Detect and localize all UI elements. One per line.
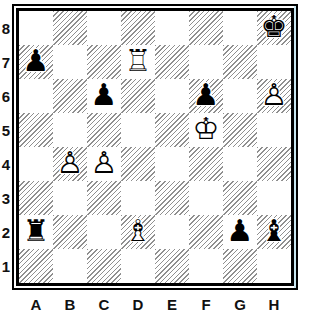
square-e5 [155, 113, 189, 147]
rank-label-3: 3 [0, 181, 12, 215]
scan-artifact-line [294, 6, 296, 288]
square-b1 [53, 249, 87, 283]
square-h1 [257, 249, 291, 283]
square-e2 [155, 215, 189, 249]
square-h4 [257, 147, 291, 181]
square-b2 [53, 215, 87, 249]
square-e1 [155, 249, 189, 283]
square-c8 [87, 11, 121, 45]
square-d7: ♜♖ [121, 45, 155, 79]
square-a5 [19, 113, 53, 147]
square-e8 [155, 11, 189, 45]
black-bishop: ♝ [257, 215, 291, 249]
file-label-e: E [155, 293, 189, 315]
square-b5 [53, 113, 87, 147]
chess-diagram: 87654321 ♚♟♜♖♟♟♟♙♚♔♟♙♟♙♜♝♗♟♝ ABCDEFGH [0, 0, 314, 320]
file-label-h: H [257, 293, 291, 315]
square-b7 [53, 45, 87, 79]
black-pawn-glyph: ♟ [19, 44, 53, 78]
square-g6 [223, 79, 257, 113]
square-d4 [121, 147, 155, 181]
square-g8 [223, 11, 257, 45]
black-pawn: ♟ [19, 45, 53, 79]
square-d8 [121, 11, 155, 45]
square-c7 [87, 45, 121, 79]
rank-label-7: 7 [0, 45, 12, 79]
square-g4 [223, 147, 257, 181]
square-e6 [155, 79, 189, 113]
square-a7: ♟ [19, 45, 53, 79]
black-pawn: ♟ [87, 79, 121, 113]
square-a1 [19, 249, 53, 283]
square-d1 [121, 249, 155, 283]
square-f2 [189, 215, 223, 249]
square-g1 [223, 249, 257, 283]
file-label-g: G [223, 293, 257, 315]
square-b8 [53, 11, 87, 45]
black-pawn-glyph: ♟ [223, 214, 257, 248]
square-c4: ♟♙ [87, 147, 121, 181]
file-label-a: A [19, 293, 53, 315]
square-f7 [189, 45, 223, 79]
square-c6: ♟ [87, 79, 121, 113]
file-label-c: C [87, 293, 121, 315]
black-rook-glyph: ♜ [19, 214, 53, 248]
square-h7 [257, 45, 291, 79]
square-f1 [189, 249, 223, 283]
black-pawn-glyph: ♟ [189, 78, 223, 112]
file-label-d: D [121, 293, 155, 315]
square-f6: ♟ [189, 79, 223, 113]
white-pawn-glyph: ♙ [257, 78, 291, 112]
black-pawn: ♟ [189, 79, 223, 113]
white-pawn: ♟♙ [257, 79, 291, 113]
rank-label-6: 6 [0, 79, 12, 113]
square-c3 [87, 181, 121, 215]
white-rook: ♜♖ [121, 45, 155, 79]
white-king-glyph: ♔ [189, 112, 223, 146]
white-rook-glyph: ♖ [121, 44, 155, 78]
square-g3 [223, 181, 257, 215]
rank-labels: 87654321 [0, 11, 12, 283]
square-a3 [19, 181, 53, 215]
square-d3 [121, 181, 155, 215]
square-g2: ♟ [223, 215, 257, 249]
square-g5 [223, 113, 257, 147]
square-d2: ♝♗ [121, 215, 155, 249]
square-h2: ♝ [257, 215, 291, 249]
square-c5 [87, 113, 121, 147]
file-label-f: F [189, 293, 223, 315]
square-a8 [19, 11, 53, 45]
square-h3 [257, 181, 291, 215]
square-a4 [19, 147, 53, 181]
square-a6 [19, 79, 53, 113]
black-king-glyph: ♚ [257, 10, 291, 44]
square-d6 [121, 79, 155, 113]
black-king: ♚ [257, 11, 291, 45]
square-f5: ♚♔ [189, 113, 223, 147]
file-label-b: B [53, 293, 87, 315]
square-h6: ♟♙ [257, 79, 291, 113]
square-e7 [155, 45, 189, 79]
square-e4 [155, 147, 189, 181]
white-bishop-glyph: ♗ [121, 214, 155, 248]
black-rook: ♜ [19, 215, 53, 249]
white-pawn: ♟♙ [53, 147, 87, 181]
rank-label-8: 8 [0, 11, 12, 45]
square-f4 [189, 147, 223, 181]
square-h5 [257, 113, 291, 147]
white-pawn-glyph: ♙ [53, 146, 87, 180]
square-h8: ♚ [257, 11, 291, 45]
square-b4: ♟♙ [53, 147, 87, 181]
file-labels: ABCDEFGH [19, 293, 291, 315]
square-g7 [223, 45, 257, 79]
square-c2 [87, 215, 121, 249]
board-grid: ♚♟♜♖♟♟♟♙♚♔♟♙♟♙♜♝♗♟♝ [19, 11, 291, 283]
rank-label-2: 2 [0, 215, 12, 249]
white-king: ♚♔ [189, 113, 223, 147]
square-f3 [189, 181, 223, 215]
rank-label-5: 5 [0, 113, 12, 147]
square-b3 [53, 181, 87, 215]
white-pawn-glyph: ♙ [87, 146, 121, 180]
square-a2: ♜ [19, 215, 53, 249]
square-f8 [189, 11, 223, 45]
white-bishop: ♝♗ [121, 215, 155, 249]
white-pawn: ♟♙ [87, 147, 121, 181]
black-bishop-glyph: ♝ [257, 214, 291, 248]
rank-label-1: 1 [0, 249, 12, 283]
black-pawn-glyph: ♟ [87, 78, 121, 112]
black-pawn: ♟ [223, 215, 257, 249]
square-d5 [121, 113, 155, 147]
rank-label-4: 4 [0, 147, 12, 181]
chess-board: ♚♟♜♖♟♟♟♙♚♔♟♙♟♙♜♝♗♟♝ [12, 4, 298, 290]
square-e3 [155, 181, 189, 215]
square-c1 [87, 249, 121, 283]
square-b6 [53, 79, 87, 113]
